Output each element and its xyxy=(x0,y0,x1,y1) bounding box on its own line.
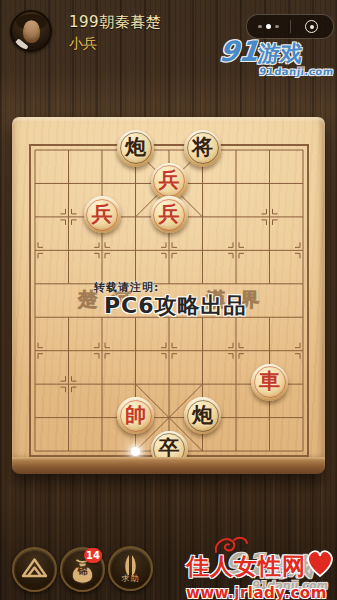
swirl-icon xyxy=(212,534,250,558)
watermark-91-domain: 91danji.com xyxy=(259,66,334,77)
difficulty-label: 小兵 xyxy=(69,35,97,53)
piece-black-cannon[interactable]: 炮 xyxy=(184,397,221,434)
app-screen: 199朝秦暮楚 小兵 91游戏 91danji.com 楚河 漢界 炮将兵兵兵車… xyxy=(0,0,337,600)
piece-glyph: 炮 xyxy=(125,133,146,161)
piece-black-general[interactable]: 将 xyxy=(184,130,221,167)
level-title: 199朝秦暮楚 xyxy=(69,13,161,32)
watermark-91-brand-bottom: 91 xyxy=(223,547,268,582)
jrlady-domain: www.jrlady.com xyxy=(186,584,327,600)
ask-help-label: 求助 xyxy=(110,573,151,584)
piece-glyph: 帥 xyxy=(125,401,146,429)
player-avatar xyxy=(10,10,52,52)
jrlady-text: 佳人女性网 xyxy=(186,551,327,582)
move-highlight-dot xyxy=(131,447,140,456)
piece-black-cannon[interactable]: 炮 xyxy=(117,130,154,167)
piece-red-soldier[interactable]: 兵 xyxy=(151,196,188,233)
watermark-91-name-bottom: 游戏 xyxy=(265,553,316,581)
pieces-layer: 炮将兵兵兵車帥炮卒 xyxy=(12,117,325,457)
piece-glyph: 兵 xyxy=(159,200,180,228)
piece-glyph: 兵 xyxy=(92,200,113,228)
collapse-button[interactable] xyxy=(12,547,57,592)
piece-glyph: 兵 xyxy=(159,166,180,194)
piece-red-chariot[interactable]: 車 xyxy=(251,364,288,401)
watermark-91-domain-bottom: 91danji.com xyxy=(252,579,329,592)
watermark-91-brand: 91 xyxy=(218,35,260,68)
piece-red-soldier[interactable]: 兵 xyxy=(84,196,121,233)
xiangqi-board[interactable]: 楚河 漢界 炮将兵兵兵車帥炮卒 xyxy=(12,117,325,474)
watermark-jrlady: 佳人女性网 www.jrlady.com xyxy=(186,551,327,600)
hint-count-badge: 14 xyxy=(84,548,102,563)
hint-bag-label: 锦 xyxy=(62,564,103,578)
piece-glyph: 将 xyxy=(192,133,213,161)
piece-red-general[interactable]: 帥 xyxy=(117,397,154,434)
watermark-91games-bottom: 91游戏 91danji.com xyxy=(222,547,332,592)
ask-help-button[interactable]: 求助 xyxy=(108,546,153,591)
piece-red-soldier[interactable]: 兵 xyxy=(151,163,188,200)
collapse-arrows-icon xyxy=(14,549,55,590)
watermark-91-name: 游戏 xyxy=(257,41,304,66)
piece-glyph: 炮 xyxy=(192,401,213,429)
board-face: 楚河 漢界 炮将兵兵兵車帥炮卒 xyxy=(12,117,325,457)
board-front-edge xyxy=(12,457,325,474)
heart-icon xyxy=(300,543,337,583)
piece-glyph: 車 xyxy=(259,367,280,395)
watermark-91games-top: 91游戏 91danji.com xyxy=(217,35,337,77)
avatar-hair xyxy=(16,14,47,30)
